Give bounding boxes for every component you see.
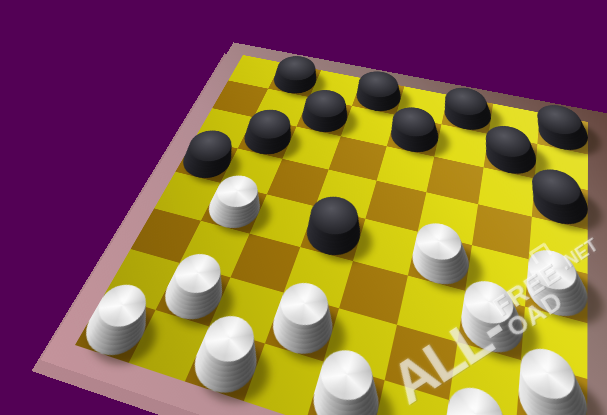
piece-side	[78, 292, 156, 358]
piece-shadow	[543, 117, 601, 161]
piece-top-face	[536, 102, 581, 138]
piece-side	[240, 112, 295, 151]
piece-side	[387, 111, 440, 151]
piece-side	[409, 230, 471, 287]
piece-top-face	[389, 104, 438, 140]
piece-side	[459, 286, 522, 350]
piece-side	[164, 254, 228, 308]
piece-side	[518, 346, 577, 412]
piece-side	[303, 197, 363, 247]
piece-side	[166, 251, 228, 302]
piece-side	[271, 283, 335, 341]
piece-side	[181, 129, 237, 168]
piece-side	[353, 75, 403, 110]
piece-shadow	[532, 265, 603, 332]
piece-side	[537, 111, 587, 152]
checker-piece-black[interactable]	[75, 55, 588, 415]
piece-shadow	[242, 121, 307, 164]
piece-side	[531, 172, 584, 220]
piece-side	[201, 183, 267, 234]
checker-piece-white[interactable]	[75, 55, 588, 415]
piece-side	[484, 132, 537, 176]
piece-side	[537, 113, 588, 155]
checker-piece-black[interactable]	[75, 55, 588, 415]
piece-side	[88, 282, 154, 337]
piece-shadow	[447, 408, 533, 415]
piece-side	[158, 261, 230, 322]
piece-side	[270, 285, 336, 346]
checker-piece-white[interactable]	[75, 55, 588, 415]
piece-shadow	[179, 143, 247, 189]
piece-side	[296, 97, 351, 136]
piece-side	[302, 202, 365, 254]
piece-side	[267, 290, 338, 356]
piece-side	[442, 88, 490, 124]
piece-side	[306, 361, 385, 415]
piece-side	[461, 278, 517, 334]
piece-side	[241, 110, 295, 148]
piece-side	[526, 250, 580, 304]
piece-shadow	[465, 297, 541, 370]
piece-side	[265, 293, 339, 362]
piece-side	[354, 70, 402, 103]
piece-side	[268, 288, 337, 351]
piece-top-face	[272, 53, 319, 83]
piece-side	[460, 281, 518, 339]
piece-side	[179, 133, 238, 174]
piece-side	[269, 61, 321, 95]
piece-side	[185, 326, 265, 401]
piece-shadow	[272, 66, 330, 102]
piece-top-face	[444, 381, 505, 415]
piece-shadow	[489, 138, 549, 185]
piece-side	[177, 136, 238, 179]
piece-side	[175, 138, 237, 182]
piece-side	[310, 353, 381, 415]
piece-side	[189, 321, 263, 390]
piece-side	[352, 78, 404, 115]
piece-side	[389, 106, 439, 143]
piece-top-face	[211, 172, 263, 211]
piece-shadow	[312, 369, 399, 415]
piece-side	[439, 400, 516, 415]
piece-side	[270, 58, 320, 90]
piece-side	[408, 232, 472, 291]
piece-side	[75, 294, 156, 363]
piece-side	[85, 284, 154, 342]
piece-side	[517, 357, 586, 415]
piece-top-face	[182, 127, 237, 166]
piece-shadow	[447, 99, 505, 140]
pieces-layer	[75, 55, 588, 415]
piece-shadow	[270, 299, 352, 371]
piece-shadow	[301, 101, 362, 142]
piece-shadow	[392, 119, 453, 163]
piece-side	[298, 92, 350, 129]
piece-shadow	[356, 82, 414, 120]
piece-side	[312, 350, 380, 415]
checker-piece-black[interactable]	[75, 55, 588, 415]
piece-shadow	[79, 301, 167, 373]
piece-top-face	[527, 245, 577, 294]
piece-side	[516, 360, 587, 415]
piece-side	[193, 316, 262, 379]
piece-side	[187, 324, 264, 396]
piece-side	[458, 288, 523, 355]
checker-piece-black[interactable]	[75, 55, 588, 415]
piece-side	[484, 134, 538, 179]
piece-side	[531, 167, 582, 212]
piece-shadow	[190, 333, 278, 412]
piece-side	[537, 105, 584, 143]
piece-top-face	[442, 84, 488, 118]
piece-side	[209, 174, 263, 215]
piece-side	[297, 95, 351, 133]
piece-side	[531, 170, 583, 216]
piece-top-face	[300, 87, 349, 121]
piece-side	[178, 135, 238, 177]
piece-side	[484, 130, 536, 173]
checker-piece-white[interactable]	[75, 55, 588, 415]
piece-side	[517, 354, 583, 415]
piece-side	[242, 108, 295, 145]
piece-side	[537, 107, 585, 146]
checker-piece-white[interactable]	[75, 55, 588, 415]
piece-side	[458, 291, 525, 360]
scene: ALL- FREE OAD .NET	[0, 0, 607, 415]
piece-side	[270, 59, 321, 92]
piece-side	[442, 390, 511, 415]
piece-side	[353, 73, 402, 107]
piece-side	[532, 179, 588, 230]
piece-side	[526, 252, 582, 309]
piece-side	[440, 397, 515, 415]
piece-side	[300, 206, 365, 261]
piece-side	[239, 115, 297, 156]
piece-shadow	[205, 188, 277, 241]
checker-piece-black[interactable]	[75, 55, 588, 415]
piece-side	[441, 394, 513, 415]
piece-side	[518, 351, 582, 415]
checkers-board	[40, 42, 607, 415]
piece-side	[525, 259, 588, 323]
piece-top-face	[355, 68, 402, 100]
piece-side	[484, 124, 533, 164]
piece-side	[531, 174, 585, 223]
checker-piece-black[interactable]	[75, 55, 588, 415]
piece-side	[387, 115, 442, 157]
piece-top-face	[315, 344, 377, 407]
piece-top-face	[531, 165, 581, 209]
piece-side	[354, 72, 403, 106]
board-3d-scene	[0, 0, 607, 415]
piece-side	[268, 62, 321, 97]
piece-side	[410, 225, 467, 277]
piece-side	[307, 359, 383, 415]
checker-piece-white[interactable]	[75, 55, 588, 415]
piece-top-face	[413, 219, 464, 265]
piece-shadow	[414, 237, 485, 299]
piece-shadow	[525, 368, 606, 415]
piece-side	[238, 117, 297, 159]
piece-side	[388, 109, 440, 148]
piece-side	[162, 256, 229, 312]
piece-side	[309, 356, 382, 415]
piece-side	[443, 384, 507, 415]
checker-piece-white[interactable]	[75, 55, 588, 415]
checker-piece-black[interactable]	[75, 55, 588, 415]
piece-top-face	[243, 106, 295, 142]
piece-side	[442, 90, 491, 127]
piece-side	[527, 248, 579, 300]
piece-side	[180, 131, 238, 171]
piece-side	[313, 347, 378, 413]
piece-side	[532, 176, 587, 226]
checker-piece-black[interactable]	[75, 55, 588, 415]
checker-piece-white[interactable]	[75, 55, 588, 415]
checker-piece-black[interactable]	[75, 55, 588, 415]
piece-side	[191, 318, 262, 384]
piece-side	[484, 128, 535, 170]
piece-side	[160, 258, 230, 316]
piece-side	[536, 103, 582, 140]
piece-side	[83, 287, 155, 348]
piece-side	[387, 113, 441, 154]
piece-side	[272, 55, 320, 86]
piece-top-face	[275, 278, 334, 331]
checker-piece-white[interactable]	[75, 55, 588, 415]
piece-side	[484, 126, 534, 167]
piece-side	[304, 194, 363, 242]
piece-side	[271, 56, 320, 88]
piece-side	[410, 227, 470, 281]
piece-side	[299, 90, 350, 126]
checker-piece-black[interactable]	[75, 55, 588, 415]
piece-top-face	[461, 276, 514, 329]
piece-shadow	[538, 183, 602, 237]
piece-side	[442, 93, 493, 131]
checker-piece-white[interactable]	[75, 55, 588, 415]
piece-side	[442, 91, 492, 128]
board-grid	[75, 55, 588, 415]
piece-side	[195, 313, 261, 373]
piece-side	[206, 177, 265, 222]
piece-side	[388, 108, 439, 146]
piece-side	[240, 114, 297, 154]
piece-side	[273, 280, 334, 336]
piece-shadow	[305, 212, 377, 269]
piece-top-face	[197, 310, 260, 367]
piece-side	[298, 94, 351, 131]
piece-side	[208, 175, 265, 218]
piece-side	[442, 387, 508, 415]
piece-shadow	[160, 269, 242, 336]
piece-side	[303, 199, 364, 250]
piece-top-face	[168, 249, 227, 298]
piece-side	[525, 257, 585, 318]
piece-side	[352, 76, 403, 112]
piece-side	[80, 289, 155, 352]
piece-side	[460, 283, 520, 344]
checker-piece-white[interactable]	[75, 55, 588, 415]
piece-side	[411, 223, 466, 273]
piece-side	[537, 109, 586, 149]
piece-side	[300, 88, 350, 123]
piece-top-face	[484, 122, 532, 161]
piece-side	[204, 179, 265, 226]
piece-top-face	[519, 343, 575, 406]
piece-side	[203, 181, 267, 230]
piece-side	[301, 204, 365, 257]
piece-side	[412, 221, 465, 269]
checker-piece-black[interactable]	[75, 55, 588, 415]
piece-top-face	[90, 280, 154, 333]
piece-side	[441, 95, 493, 134]
piece-top-face	[305, 192, 363, 239]
checker-piece-white[interactable]	[75, 55, 588, 415]
piece-side	[526, 255, 584, 314]
piece-side	[156, 263, 231, 326]
piece-side	[442, 86, 489, 121]
piece-side	[518, 348, 579, 415]
